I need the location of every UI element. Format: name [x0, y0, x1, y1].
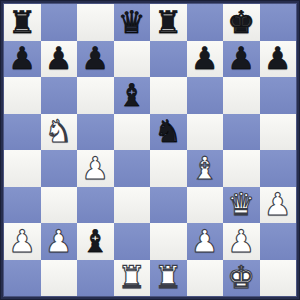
square-b6[interactable]	[41, 77, 78, 114]
square-e6[interactable]	[150, 77, 187, 114]
piece-black-king[interactable]: ♚	[227, 7, 255, 38]
piece-white-pawn[interactable]: ♟	[45, 226, 73, 257]
piece-black-pawn[interactable]: ♟	[8, 43, 36, 74]
square-d1[interactable]: ♜	[114, 260, 151, 297]
square-e1[interactable]: ♜	[150, 260, 187, 297]
square-c2[interactable]: ♝	[77, 223, 114, 260]
square-e3[interactable]	[150, 187, 187, 224]
piece-white-bishop[interactable]: ♝	[191, 153, 219, 184]
piece-white-pawn[interactable]: ♟	[191, 226, 219, 257]
piece-black-rook[interactable]: ♜	[8, 7, 36, 38]
square-b4[interactable]	[41, 150, 78, 187]
square-a2[interactable]: ♟	[4, 223, 41, 260]
square-h2[interactable]	[260, 223, 297, 260]
piece-white-pawn[interactable]: ♟	[81, 153, 109, 184]
piece-white-king[interactable]: ♚	[227, 262, 255, 293]
square-a5[interactable]	[4, 114, 41, 151]
square-a4[interactable]	[4, 150, 41, 187]
square-e7[interactable]	[150, 41, 187, 78]
square-c4[interactable]: ♟	[77, 150, 114, 187]
piece-white-rook[interactable]: ♜	[118, 262, 146, 293]
square-b7[interactable]: ♟	[41, 41, 78, 78]
square-h7[interactable]: ♟	[260, 41, 297, 78]
piece-white-rook[interactable]: ♜	[154, 262, 182, 293]
square-d6[interactable]: ♝	[114, 77, 151, 114]
piece-white-pawn[interactable]: ♟	[8, 226, 36, 257]
square-g6[interactable]	[223, 77, 260, 114]
square-e5[interactable]: ♞	[150, 114, 187, 151]
square-f3[interactable]	[187, 187, 224, 224]
square-f7[interactable]: ♟	[187, 41, 224, 78]
piece-white-knight[interactable]: ♞	[45, 116, 73, 147]
square-e2[interactable]	[150, 223, 187, 260]
square-h6[interactable]	[260, 77, 297, 114]
square-b5[interactable]: ♞	[41, 114, 78, 151]
square-f2[interactable]: ♟	[187, 223, 224, 260]
square-f1[interactable]	[187, 260, 224, 297]
square-h8[interactable]	[260, 4, 297, 41]
chess-board: ♜♛♜♚♟♟♟♟♟♟♝♞♞♟♝♛♟♟♟♝♟♟♜♜♚	[4, 4, 296, 296]
square-b8[interactable]	[41, 4, 78, 41]
square-h1[interactable]	[260, 260, 297, 297]
square-b2[interactable]: ♟	[41, 223, 78, 260]
square-c8[interactable]	[77, 4, 114, 41]
square-c7[interactable]: ♟	[77, 41, 114, 78]
square-c5[interactable]	[77, 114, 114, 151]
square-c6[interactable]	[77, 77, 114, 114]
piece-black-bishop[interactable]: ♝	[118, 80, 146, 111]
piece-black-rook[interactable]: ♜	[154, 7, 182, 38]
piece-black-knight[interactable]: ♞	[154, 116, 182, 147]
square-d3[interactable]	[114, 187, 151, 224]
square-d5[interactable]	[114, 114, 151, 151]
square-a8[interactable]: ♜	[4, 4, 41, 41]
square-g7[interactable]: ♟	[223, 41, 260, 78]
square-h3[interactable]: ♟	[260, 187, 297, 224]
square-d7[interactable]	[114, 41, 151, 78]
square-h4[interactable]	[260, 150, 297, 187]
square-d2[interactable]	[114, 223, 151, 260]
piece-white-pawn[interactable]: ♟	[227, 226, 255, 257]
square-f5[interactable]	[187, 114, 224, 151]
piece-black-pawn[interactable]: ♟	[45, 43, 73, 74]
piece-black-pawn[interactable]: ♟	[227, 43, 255, 74]
board-frame: ♜♛♜♚♟♟♟♟♟♟♝♞♞♟♝♛♟♟♟♝♟♟♜♜♚	[0, 0, 300, 300]
piece-black-pawn[interactable]: ♟	[264, 43, 292, 74]
piece-black-queen[interactable]: ♛	[118, 7, 146, 38]
square-g5[interactable]	[223, 114, 260, 151]
square-b3[interactable]	[41, 187, 78, 224]
piece-white-pawn[interactable]: ♟	[264, 189, 292, 220]
piece-white-queen[interactable]: ♛	[227, 189, 255, 220]
square-h5[interactable]	[260, 114, 297, 151]
piece-black-bishop[interactable]: ♝	[81, 226, 109, 257]
square-f6[interactable]	[187, 77, 224, 114]
square-b1[interactable]	[41, 260, 78, 297]
square-f4[interactable]: ♝	[187, 150, 224, 187]
square-d8[interactable]: ♛	[114, 4, 151, 41]
piece-black-pawn[interactable]: ♟	[191, 43, 219, 74]
square-g1[interactable]: ♚	[223, 260, 260, 297]
square-d4[interactable]	[114, 150, 151, 187]
square-e8[interactable]: ♜	[150, 4, 187, 41]
square-g3[interactable]: ♛	[223, 187, 260, 224]
square-e4[interactable]	[150, 150, 187, 187]
square-g2[interactable]: ♟	[223, 223, 260, 260]
square-g4[interactable]	[223, 150, 260, 187]
square-a6[interactable]	[4, 77, 41, 114]
square-c3[interactable]	[77, 187, 114, 224]
square-f8[interactable]	[187, 4, 224, 41]
piece-black-pawn[interactable]: ♟	[81, 43, 109, 74]
square-a3[interactable]	[4, 187, 41, 224]
square-g8[interactable]: ♚	[223, 4, 260, 41]
square-a1[interactable]	[4, 260, 41, 297]
square-a7[interactable]: ♟	[4, 41, 41, 78]
square-c1[interactable]	[77, 260, 114, 297]
